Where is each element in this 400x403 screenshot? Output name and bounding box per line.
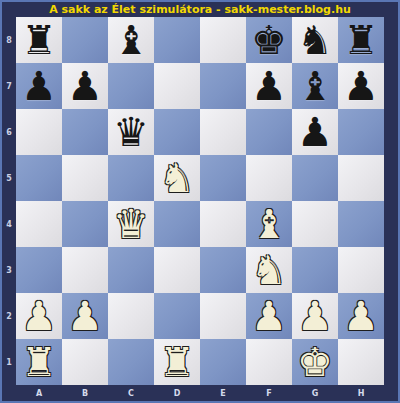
square-c3[interactable] (108, 247, 154, 293)
rank-label-3: 3 (2, 247, 16, 293)
square-c6[interactable]: ♛ (108, 109, 154, 155)
file-labels: ABCDEFGH (16, 385, 398, 401)
piece-black-pawn[interactable]: ♟ (292, 109, 338, 155)
rank-label-7: 7 (2, 63, 16, 109)
square-h5[interactable] (338, 155, 384, 201)
piece-white-rook[interactable]: ♜ (16, 339, 62, 385)
square-f3[interactable]: ♞ (246, 247, 292, 293)
chess-board: ♜♝♚♞♜♟♟♟♝♟♛♟♞♛♝♞♟♟♟♟♟♜♜♚ (16, 17, 384, 385)
piece-black-queen[interactable]: ♛ (108, 109, 154, 155)
square-c8[interactable]: ♝ (108, 17, 154, 63)
square-f6[interactable] (246, 109, 292, 155)
square-e2[interactable] (200, 293, 246, 339)
square-d6[interactable] (154, 109, 200, 155)
square-a5[interactable] (16, 155, 62, 201)
piece-white-knight[interactable]: ♞ (246, 247, 292, 293)
piece-white-pawn[interactable]: ♟ (16, 293, 62, 339)
square-b1[interactable] (62, 339, 108, 385)
square-g2[interactable]: ♟ (292, 293, 338, 339)
square-e3[interactable] (200, 247, 246, 293)
rank-label-5: 5 (2, 155, 16, 201)
file-label-b: B (62, 385, 108, 401)
square-h8[interactable]: ♜ (338, 17, 384, 63)
piece-white-rook[interactable]: ♜ (154, 339, 200, 385)
square-b2[interactable]: ♟ (62, 293, 108, 339)
piece-white-pawn[interactable]: ♟ (62, 293, 108, 339)
square-e6[interactable] (200, 109, 246, 155)
file-label-e: E (200, 385, 246, 401)
piece-black-pawn[interactable]: ♟ (62, 63, 108, 109)
square-a2[interactable]: ♟ (16, 293, 62, 339)
piece-black-pawn[interactable]: ♟ (246, 63, 292, 109)
piece-white-pawn[interactable]: ♟ (246, 293, 292, 339)
square-c7[interactable] (108, 63, 154, 109)
square-e5[interactable] (200, 155, 246, 201)
square-d7[interactable] (154, 63, 200, 109)
square-h2[interactable]: ♟ (338, 293, 384, 339)
square-f8[interactable]: ♚ (246, 17, 292, 63)
file-label-h: H (338, 385, 384, 401)
piece-black-knight[interactable]: ♞ (292, 17, 338, 63)
title-bar: A sakk az Élet szimulátora - sakk-mester… (2, 2, 398, 17)
piece-white-pawn[interactable]: ♟ (292, 293, 338, 339)
piece-white-pawn[interactable]: ♟ (338, 293, 384, 339)
square-a4[interactable] (16, 201, 62, 247)
file-label-a: A (16, 385, 62, 401)
square-c1[interactable] (108, 339, 154, 385)
square-d4[interactable] (154, 201, 200, 247)
square-d8[interactable] (154, 17, 200, 63)
rank-label-6: 6 (2, 109, 16, 155)
square-g4[interactable] (292, 201, 338, 247)
square-d3[interactable] (154, 247, 200, 293)
square-b6[interactable] (62, 109, 108, 155)
file-label-d: D (154, 385, 200, 401)
square-e1[interactable] (200, 339, 246, 385)
file-label-c: C (108, 385, 154, 401)
square-a6[interactable] (16, 109, 62, 155)
square-f2[interactable]: ♟ (246, 293, 292, 339)
piece-white-king[interactable]: ♚ (292, 339, 338, 385)
piece-black-rook[interactable]: ♜ (16, 17, 62, 63)
piece-black-pawn[interactable]: ♟ (338, 63, 384, 109)
file-label-g: G (292, 385, 338, 401)
piece-black-bishop[interactable]: ♝ (292, 63, 338, 109)
square-a3[interactable] (16, 247, 62, 293)
square-c5[interactable] (108, 155, 154, 201)
square-g7[interactable]: ♝ (292, 63, 338, 109)
file-label-f: F (246, 385, 292, 401)
square-b5[interactable] (62, 155, 108, 201)
piece-black-bishop[interactable]: ♝ (108, 17, 154, 63)
square-h3[interactable] (338, 247, 384, 293)
chess-app-window: A sakk az Élet szimulátora - sakk-mester… (0, 0, 400, 403)
rank-label-2: 2 (2, 293, 16, 339)
square-f5[interactable] (246, 155, 292, 201)
square-d5[interactable]: ♞ (154, 155, 200, 201)
square-e4[interactable] (200, 201, 246, 247)
square-a1[interactable]: ♜ (16, 339, 62, 385)
square-g6[interactable]: ♟ (292, 109, 338, 155)
square-g8[interactable]: ♞ (292, 17, 338, 63)
piece-white-bishop[interactable]: ♝ (246, 201, 292, 247)
rank-label-4: 4 (2, 201, 16, 247)
square-c2[interactable] (108, 293, 154, 339)
square-h1[interactable] (338, 339, 384, 385)
square-h4[interactable] (338, 201, 384, 247)
square-e7[interactable] (200, 63, 246, 109)
piece-black-rook[interactable]: ♜ (338, 17, 384, 63)
square-a8[interactable]: ♜ (16, 17, 62, 63)
square-b7[interactable]: ♟ (62, 63, 108, 109)
board-area: 87654321 ♜♝♚♞♜♟♟♟♝♟♛♟♞♛♝♞♟♟♟♟♟♜♜♚ (2, 17, 398, 385)
square-a7[interactable]: ♟ (16, 63, 62, 109)
square-f4[interactable]: ♝ (246, 201, 292, 247)
square-f7[interactable]: ♟ (246, 63, 292, 109)
square-b3[interactable] (62, 247, 108, 293)
square-c4[interactable]: ♛ (108, 201, 154, 247)
square-g1[interactable]: ♚ (292, 339, 338, 385)
square-e8[interactable] (200, 17, 246, 63)
piece-black-king[interactable]: ♚ (246, 17, 292, 63)
square-d2[interactable] (154, 293, 200, 339)
square-b4[interactable] (62, 201, 108, 247)
square-b8[interactable] (62, 17, 108, 63)
square-h6[interactable] (338, 109, 384, 155)
rank-label-1: 1 (2, 339, 16, 385)
rank-labels: 87654321 (2, 17, 16, 385)
square-f1[interactable] (246, 339, 292, 385)
square-h7[interactable]: ♟ (338, 63, 384, 109)
piece-black-pawn[interactable]: ♟ (16, 63, 62, 109)
square-g3[interactable] (292, 247, 338, 293)
square-d1[interactable]: ♜ (154, 339, 200, 385)
piece-white-queen[interactable]: ♛ (108, 201, 154, 247)
square-g5[interactable] (292, 155, 338, 201)
rank-label-8: 8 (2, 17, 16, 63)
piece-white-knight[interactable]: ♞ (154, 155, 200, 201)
